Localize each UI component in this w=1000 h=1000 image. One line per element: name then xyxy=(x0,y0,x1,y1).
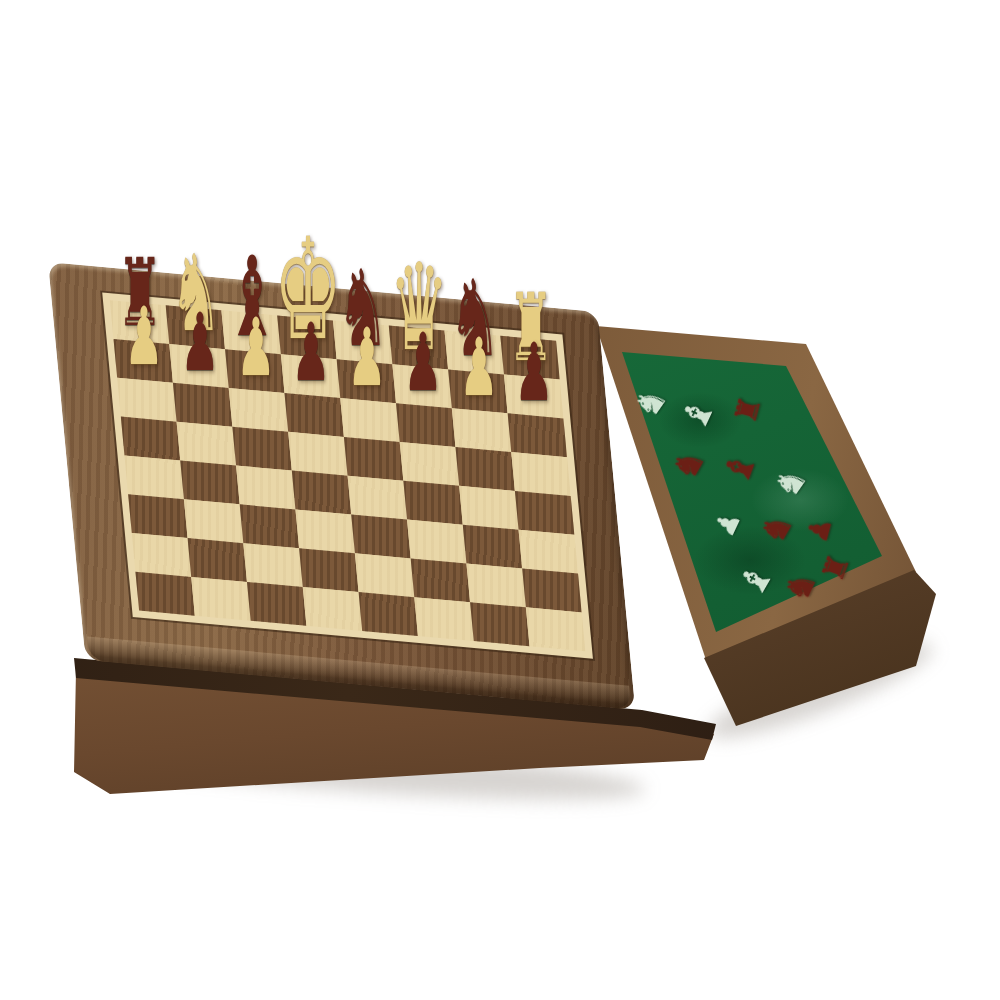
board-border xyxy=(102,293,593,659)
board-square-c5[interactable] xyxy=(232,427,291,471)
board-square-f2[interactable] xyxy=(411,558,470,602)
board-square-g8[interactable] xyxy=(445,331,504,375)
board-square-g3[interactable] xyxy=(463,525,522,569)
board-square-e7[interactable] xyxy=(337,359,396,403)
board-square-b8[interactable] xyxy=(166,305,225,349)
board-square-b3[interactable] xyxy=(184,499,243,543)
board-square-d5[interactable] xyxy=(288,432,347,476)
board-square-c6[interactable] xyxy=(229,388,288,432)
product-photo-wooden-chess-box: ♜♞♝♚♞♛♞♜♟♟♟♟♟♟♟♟ ♞♝♜♞♝♞♟♞♟♝♞♜ xyxy=(0,0,1000,1000)
board-square-c3[interactable] xyxy=(240,504,299,548)
board-square-e4[interactable] xyxy=(348,476,407,520)
board-square-e3[interactable] xyxy=(351,514,410,558)
board-square-h6[interactable] xyxy=(508,413,567,457)
board-square-d4[interactable] xyxy=(292,471,351,515)
board-square-d2[interactable] xyxy=(299,548,358,592)
board-square-d8[interactable] xyxy=(277,315,336,359)
board-square-f3[interactable] xyxy=(407,520,466,564)
board-square-c8[interactable] xyxy=(221,310,280,354)
board-square-a3[interactable] xyxy=(128,494,187,538)
board-square-d1[interactable] xyxy=(303,587,362,631)
board-square-c7[interactable] xyxy=(225,349,284,393)
chessboard xyxy=(110,300,585,651)
board-square-g4[interactable] xyxy=(459,486,518,530)
board-square-f5[interactable] xyxy=(400,442,459,486)
board-square-b7[interactable] xyxy=(169,344,228,388)
board-square-d6[interactable] xyxy=(284,393,343,437)
board-square-a6[interactable] xyxy=(117,378,176,422)
board-square-b1[interactable] xyxy=(191,577,250,621)
board-square-e1[interactable] xyxy=(359,592,418,636)
board-square-c2[interactable] xyxy=(243,543,302,587)
board-square-e8[interactable] xyxy=(333,320,392,364)
board-square-f8[interactable] xyxy=(389,326,448,370)
board-square-f4[interactable] xyxy=(403,481,462,525)
board-square-a2[interactable] xyxy=(132,533,191,577)
board-square-e6[interactable] xyxy=(340,398,399,442)
chessboard-box-lid xyxy=(48,262,635,710)
board-square-d7[interactable] xyxy=(281,354,340,398)
board-square-e5[interactable] xyxy=(344,437,403,481)
board-square-c1[interactable] xyxy=(247,582,306,626)
board-square-h2[interactable] xyxy=(522,569,581,613)
board-square-h1[interactable] xyxy=(526,607,585,651)
board-square-c4[interactable] xyxy=(236,466,295,510)
board-square-b6[interactable] xyxy=(173,383,232,427)
board-square-h4[interactable] xyxy=(515,491,574,535)
board-square-f1[interactable] xyxy=(414,597,473,641)
board-square-h5[interactable] xyxy=(511,452,570,496)
board-square-h7[interactable] xyxy=(504,375,563,419)
board-square-b2[interactable] xyxy=(188,538,247,582)
board-square-g2[interactable] xyxy=(466,563,525,607)
board-square-b5[interactable] xyxy=(177,422,236,466)
board-square-b4[interactable] xyxy=(180,460,239,504)
board-square-a1[interactable] xyxy=(135,572,194,616)
board-square-f6[interactable] xyxy=(396,403,455,447)
board-square-e2[interactable] xyxy=(355,553,414,597)
board-square-a4[interactable] xyxy=(124,455,183,499)
board-square-a8[interactable] xyxy=(110,300,169,344)
board-square-g6[interactable] xyxy=(452,408,511,452)
board-square-d3[interactable] xyxy=(295,509,354,553)
board-square-g7[interactable] xyxy=(448,369,507,413)
board-square-f7[interactable] xyxy=(392,364,451,408)
board-square-a5[interactable] xyxy=(121,417,180,461)
board-square-h3[interactable] xyxy=(519,530,578,574)
board-square-h8[interactable] xyxy=(500,336,559,380)
board-square-a7[interactable] xyxy=(114,339,173,383)
board-square-g1[interactable] xyxy=(470,602,529,646)
board-square-g5[interactable] xyxy=(455,447,514,491)
